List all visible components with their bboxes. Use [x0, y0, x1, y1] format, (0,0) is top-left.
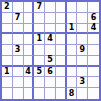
given-digit: 7	[15, 14, 21, 22]
given-digit: 8	[69, 90, 75, 98]
cell-r1c7[interactable]	[67, 2, 78, 13]
cell-r3c8[interactable]	[77, 24, 88, 35]
cell-r4c9[interactable]	[88, 34, 99, 45]
cell-r9c7[interactable]: 8	[67, 88, 78, 99]
cell-r2c8[interactable]	[77, 13, 88, 24]
cell-r7c8[interactable]	[77, 67, 88, 78]
cell-r3c5[interactable]	[45, 24, 56, 35]
cell-r3c4[interactable]	[34, 24, 45, 35]
cell-r5c6[interactable]	[56, 45, 67, 56]
cell-r7c1[interactable]: 1	[2, 67, 13, 78]
cell-r8c3[interactable]	[24, 77, 35, 88]
cell-r4c1[interactable]	[2, 34, 13, 45]
cell-r4c5[interactable]: 4	[45, 34, 56, 45]
cell-r3c3[interactable]	[24, 24, 35, 35]
cell-r5c8[interactable]: 9	[77, 45, 88, 56]
cell-r2c3[interactable]	[24, 13, 35, 24]
given-digit: 5	[36, 68, 42, 76]
given-digit: 3	[80, 78, 86, 86]
cell-r4c3[interactable]	[24, 34, 35, 45]
cell-r1c2[interactable]	[13, 2, 24, 13]
cell-r3c2[interactable]	[13, 24, 24, 35]
cell-r7c4[interactable]: 5	[34, 67, 45, 78]
given-digit: 2	[4, 3, 10, 11]
cell-r6c5[interactable]: 5	[45, 56, 56, 67]
given-digit: 5	[47, 56, 53, 64]
cell-r5c7[interactable]	[67, 45, 78, 56]
given-digit: 7	[36, 3, 42, 11]
cell-r5c4[interactable]	[34, 45, 45, 56]
cell-r3c9[interactable]: 4	[88, 24, 99, 35]
cell-r2c4[interactable]	[34, 13, 45, 24]
cell-r6c6[interactable]	[56, 56, 67, 67]
given-digit: 1	[36, 35, 42, 43]
cell-r1c1[interactable]: 2	[2, 2, 13, 13]
given-digit: 4	[47, 35, 53, 43]
cell-r9c5[interactable]	[45, 88, 56, 99]
cell-r2c2[interactable]: 7	[13, 13, 24, 24]
cell-r3c6[interactable]	[56, 24, 67, 35]
cell-r5c9[interactable]	[88, 45, 99, 56]
cell-r2c7[interactable]	[67, 13, 78, 24]
cell-r7c6[interactable]	[56, 67, 67, 78]
cell-r4c7[interactable]	[67, 34, 78, 45]
cell-r8c8[interactable]: 3	[77, 77, 88, 88]
cell-r3c7[interactable]: 1	[67, 24, 78, 35]
cell-r6c7[interactable]	[67, 56, 78, 67]
given-digit: 4	[91, 24, 97, 32]
cell-r9c8[interactable]	[77, 88, 88, 99]
cell-r1c4[interactable]: 7	[34, 2, 45, 13]
given-digit: 9	[80, 46, 86, 54]
cell-r7c9[interactable]	[88, 67, 99, 78]
cell-r8c4[interactable]	[34, 77, 45, 88]
cell-r8c5[interactable]	[45, 77, 56, 88]
cell-r4c8[interactable]	[77, 34, 88, 45]
cell-r8c1[interactable]	[2, 77, 13, 88]
cell-r9c1[interactable]	[2, 88, 13, 99]
cell-r5c3[interactable]	[24, 45, 35, 56]
cell-r7c5[interactable]: 6	[45, 67, 56, 78]
cell-r6c2[interactable]	[13, 56, 24, 67]
cell-r3c1[interactable]	[2, 24, 13, 35]
cell-r5c1[interactable]	[2, 45, 13, 56]
cell-r7c2[interactable]	[13, 67, 24, 78]
cell-r8c6[interactable]	[56, 77, 67, 88]
cell-r1c8[interactable]	[77, 2, 88, 13]
cell-r4c2[interactable]	[13, 34, 24, 45]
cell-r6c9[interactable]	[88, 56, 99, 67]
cell-r1c9[interactable]	[88, 2, 99, 13]
cell-r2c5[interactable]	[45, 13, 56, 24]
cell-r4c4[interactable]: 1	[34, 34, 45, 45]
cell-r7c3[interactable]: 4	[24, 67, 35, 78]
cell-r9c3[interactable]	[24, 88, 35, 99]
cell-r8c9[interactable]	[88, 77, 99, 88]
cell-r6c8[interactable]	[77, 56, 88, 67]
cell-r2c6[interactable]	[56, 13, 67, 24]
cell-r1c3[interactable]	[24, 2, 35, 13]
cell-r9c9[interactable]	[88, 88, 99, 99]
cell-r8c7[interactable]	[67, 77, 78, 88]
cell-r9c2[interactable]	[13, 88, 24, 99]
cell-r2c9[interactable]: 6	[88, 13, 99, 24]
given-digit: 4	[25, 68, 31, 76]
cell-r4c6[interactable]	[56, 34, 67, 45]
given-digit: 6	[91, 14, 97, 22]
cell-r1c5[interactable]	[45, 2, 56, 13]
cell-r6c3[interactable]	[24, 56, 35, 67]
given-digit: 1	[69, 24, 75, 32]
cell-r5c2[interactable]: 3	[13, 45, 24, 56]
cell-r6c1[interactable]	[2, 56, 13, 67]
given-digit: 6	[47, 68, 53, 76]
cell-r7c7[interactable]	[67, 67, 78, 78]
cell-r5c5[interactable]	[45, 45, 56, 56]
given-digit: 3	[15, 46, 21, 54]
cell-r9c4[interactable]	[34, 88, 45, 99]
cell-r6c4[interactable]	[34, 56, 45, 67]
sudoku-board: 27761414395145638	[0, 0, 101, 101]
cell-r1c6[interactable]	[56, 2, 67, 13]
cell-r2c1[interactable]	[2, 13, 13, 24]
given-digit: 1	[4, 68, 10, 76]
cell-r8c2[interactable]	[13, 77, 24, 88]
cell-r9c6[interactable]	[56, 88, 67, 99]
